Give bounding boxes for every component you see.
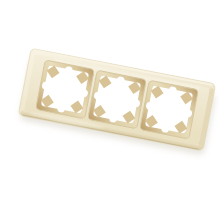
product-photo: Product photo of a cream (ivory) triple-… — [0, 0, 220, 200]
frame-opening-1 — [36, 60, 95, 119]
switch-frame-image: Product photo of a cream (ivory) triple-… — [0, 0, 220, 200]
frame-opening-2 — [88, 70, 147, 129]
frame-opening-3 — [140, 80, 199, 139]
